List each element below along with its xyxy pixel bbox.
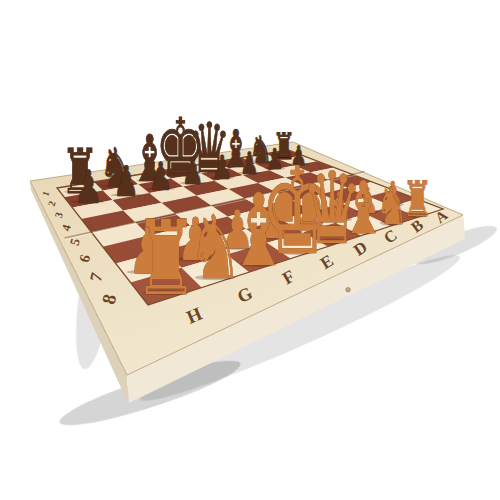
piece-dark-pawn-f2: ♟	[149, 154, 173, 199]
chess-set-product-photo: 12345678HGFEDCBA♜♞♝♚♛♝♞♜♟♟♟♟♟♟♟♟♟♟♟♟♟♟♟♟…	[0, 0, 500, 500]
piece-dark-pawn-h2: ♟	[74, 160, 103, 213]
piece-light-rook-a8: ♜	[402, 171, 432, 228]
piece-dark-pawn-e2: ♟	[181, 150, 203, 192]
hinge-screw	[346, 287, 351, 292]
chessboard-scene: 12345678HGFEDCBA♜♞♝♚♛♝♞♜♟♟♟♟♟♟♟♟♟♟♟♟♟♟♟♟…	[0, 0, 500, 500]
